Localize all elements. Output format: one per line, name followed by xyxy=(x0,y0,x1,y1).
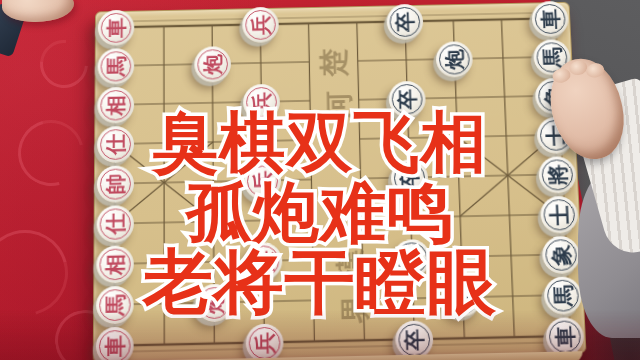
piece-red-c1r2[interactable]: 馬 xyxy=(97,48,134,85)
piece-glyph: 士 xyxy=(548,204,570,225)
piece-black-c10r8[interactable]: 馬 xyxy=(543,276,582,315)
piece-red-c1r3[interactable]: 相 xyxy=(97,86,134,123)
piece-black-c10r6[interactable]: 士 xyxy=(539,195,578,233)
piece-red-c1r7[interactable]: 相 xyxy=(96,245,134,283)
piece-glyph: 車 xyxy=(553,325,575,347)
piece-glyph: 相 xyxy=(104,253,125,275)
piece-glyph: 車 xyxy=(105,17,126,38)
piece-red-c1r9[interactable]: 車 xyxy=(95,326,133,360)
piece-glyph: 馬 xyxy=(104,294,125,316)
piece-glyph: 炮 xyxy=(444,49,465,70)
piece-black-c8r2[interactable]: 炮 xyxy=(436,41,474,78)
piece-glyph: 卒 xyxy=(403,328,425,350)
piece-glyph: 車 xyxy=(539,8,561,29)
piece-red-c1r1[interactable]: 車 xyxy=(97,9,134,45)
piece-red-c1r6[interactable]: 仕 xyxy=(96,205,133,243)
knuckle xyxy=(568,59,589,76)
cloth-swirl xyxy=(6,108,96,198)
piece-glyph: 卒 xyxy=(394,11,415,32)
piece-glyph: 馬 xyxy=(551,284,573,306)
piece-red-c1r8[interactable]: 馬 xyxy=(96,285,134,324)
piece-red-c1r4[interactable]: 仕 xyxy=(97,125,134,162)
piece-red-c4r1[interactable]: 兵 xyxy=(242,6,279,42)
piece-glyph: 炮 xyxy=(202,54,223,75)
piece-black-c10r9[interactable]: 車 xyxy=(545,317,584,356)
piece-glyph: 將 xyxy=(546,164,568,185)
piece-red-c3r2[interactable]: 炮 xyxy=(194,46,231,83)
piece-black-c7r1[interactable]: 卒 xyxy=(386,3,423,39)
piece-black-c10r5[interactable]: 將 xyxy=(538,156,577,193)
piece-glyph: 兵 xyxy=(254,331,276,353)
piece-glyph: 象 xyxy=(549,244,571,266)
video-frame: 楚 河 漢 界 車馬相仕帥仕相馬車炮炮兵兵兵兵兵卒卒卒卒卒炮炮車馬象士將士象馬車… xyxy=(0,0,640,360)
left-hand xyxy=(2,0,74,22)
piece-glyph: 相 xyxy=(105,94,126,115)
piece-glyph: 車 xyxy=(104,335,125,357)
piece-glyph: 仕 xyxy=(104,213,125,235)
piece-glyph: 仕 xyxy=(105,133,126,154)
piece-red-c1r5[interactable]: 帥 xyxy=(96,165,133,203)
piece-black-c10r7[interactable]: 象 xyxy=(541,235,580,273)
caption-line-3: 老将干瞪眼 xyxy=(143,236,498,330)
piece-glyph: 馬 xyxy=(541,47,563,68)
piece-glyph: 兵 xyxy=(250,14,271,35)
cloth-swirl xyxy=(30,30,98,98)
piece-glyph: 馬 xyxy=(105,56,126,77)
piece-black-c10r1[interactable]: 車 xyxy=(531,0,569,36)
piece-glyph: 帥 xyxy=(104,173,125,194)
